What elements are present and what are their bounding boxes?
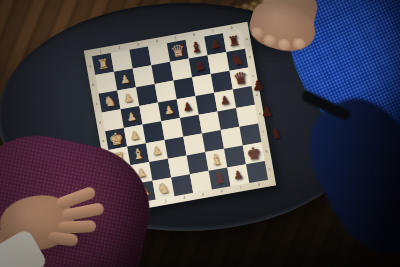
offboard-black-piece[interactable]: ♝: [269, 125, 284, 142]
knuckle: [277, 38, 292, 52]
knuckle: [263, 33, 278, 47]
offboard-black-piece[interactable]: ♟: [251, 77, 265, 93]
square-h8[interactable]: [246, 161, 268, 183]
finger: [58, 220, 97, 234]
offboard-black-piece[interactable]: ♟: [260, 104, 273, 120]
overhead-chess-photo: 12345678 12345678 abcdefgh abcdefgh ♜♛♝♟…: [0, 0, 400, 267]
